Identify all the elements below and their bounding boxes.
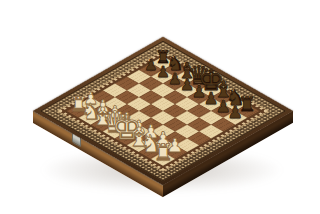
piece-white-rook-h1[interactable]: ♜: [153, 141, 173, 163]
pieces-layer: ♜♞♝♛♚♝♞♜♟♟♟♟♟♟♟♟♟♟♟♟♟♟♟♟♜♞♝♛♚♝♞♜: [0, 0, 320, 214]
piece-black-pawn-h7[interactable]: ♟: [227, 104, 242, 121]
